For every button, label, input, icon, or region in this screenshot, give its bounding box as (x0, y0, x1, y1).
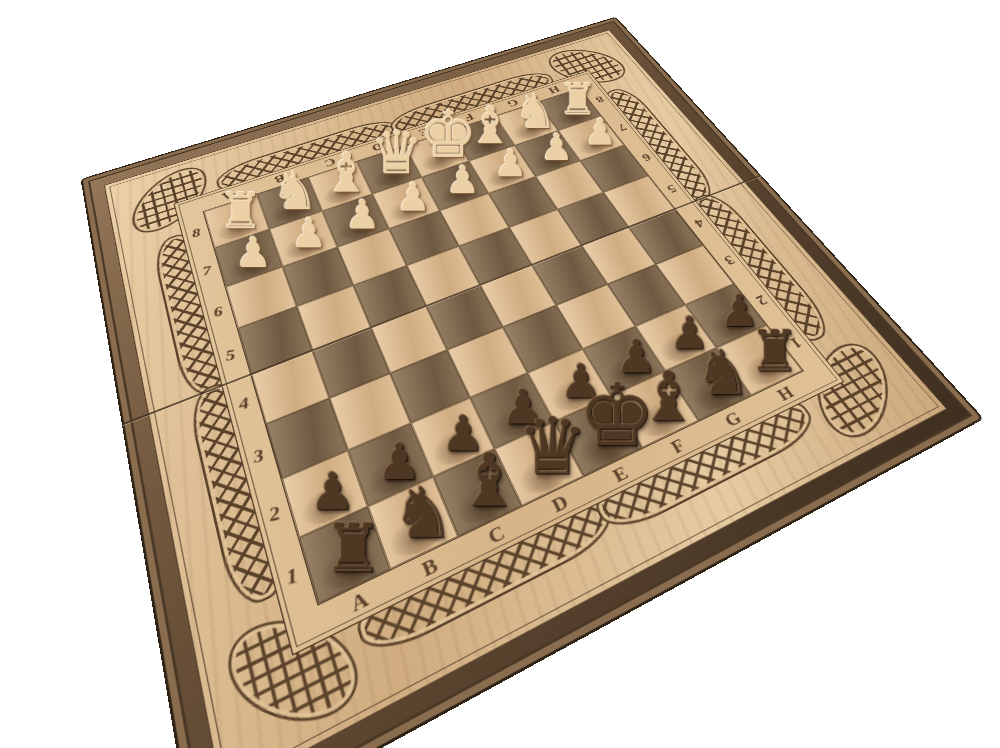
light-pawn-piece: ♟ (437, 161, 489, 199)
coord-label-6: 6 (202, 287, 233, 338)
light-pawn-piece: ♟ (281, 213, 336, 254)
dark-king-piece: ♚ (578, 371, 644, 458)
light-pawn-piece: ♟ (531, 129, 581, 166)
square-c6 (337, 228, 407, 285)
light-pawn-piece: ♟ (387, 178, 440, 217)
dark-queen-piece: ♛ (517, 408, 585, 487)
board-top-surface: ABCDEFGH ABCDEFGH 87654321 87654321 ♜♞♝♛… (104, 30, 948, 748)
light-pawn-piece: ♟ (335, 195, 389, 235)
coord-label-8: 8 (181, 212, 210, 256)
light-pawn-piece: ♟ (225, 232, 281, 274)
light-pawn-piece: ♟ (485, 145, 536, 183)
dark-knight-piece: ♞ (387, 478, 458, 548)
dark-rook-piece: ♜ (317, 515, 390, 582)
folding-chess-board: ABCDEFGH ABCDEFGH 87654321 87654321 ♜♞♝♛… (81, 17, 985, 748)
square-d4 (426, 285, 502, 350)
square-b6 (282, 247, 353, 307)
dark-bishop-piece: ♝ (454, 443, 524, 517)
square-a7: ♟ (214, 229, 282, 287)
scene: ABCDEFGH ABCDEFGH 87654321 87654321 ♜♞♝♛… (0, 0, 1000, 748)
